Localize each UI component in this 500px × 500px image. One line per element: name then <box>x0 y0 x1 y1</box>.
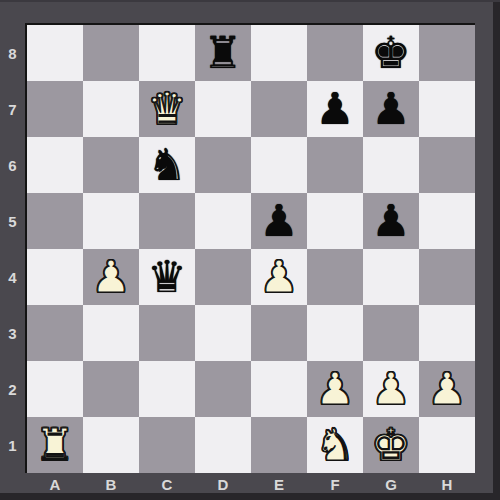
chess-board: ♜♚♛♟♟♞♟♟♟♛♟♟♟♟♜♞♚ <box>25 23 475 473</box>
square-c5[interactable] <box>139 193 195 249</box>
square-h5[interactable] <box>419 193 475 249</box>
rank-label-1: 1 <box>0 417 25 473</box>
square-b5[interactable] <box>83 193 139 249</box>
piece-white-pawn[interactable]: ♟ <box>371 361 410 417</box>
piece-white-pawn[interactable]: ♟ <box>91 249 130 305</box>
square-d1[interactable] <box>195 417 251 473</box>
square-g8[interactable]: ♚ <box>363 25 419 81</box>
square-h4[interactable] <box>419 249 475 305</box>
piece-black-knight[interactable]: ♞ <box>147 137 186 193</box>
square-b2[interactable] <box>83 361 139 417</box>
square-e8[interactable] <box>251 25 307 81</box>
frame-shadow-right <box>493 0 500 500</box>
square-a8[interactable] <box>27 25 83 81</box>
square-e5[interactable]: ♟ <box>251 193 307 249</box>
square-e7[interactable] <box>251 81 307 137</box>
rank-label-7: 7 <box>0 81 25 137</box>
square-f3[interactable] <box>307 305 363 361</box>
square-a1[interactable]: ♜ <box>27 417 83 473</box>
rank-label-3: 3 <box>0 305 25 361</box>
square-c7[interactable]: ♛ <box>139 81 195 137</box>
square-f5[interactable] <box>307 193 363 249</box>
rank-label-2: 2 <box>0 361 25 417</box>
file-label-e: E <box>251 473 307 495</box>
square-b6[interactable] <box>83 137 139 193</box>
square-c1[interactable] <box>139 417 195 473</box>
piece-black-king[interactable]: ♚ <box>371 25 410 81</box>
square-a4[interactable] <box>27 249 83 305</box>
square-a7[interactable] <box>27 81 83 137</box>
square-c4[interactable]: ♛ <box>139 249 195 305</box>
square-f4[interactable] <box>307 249 363 305</box>
piece-black-queen[interactable]: ♛ <box>147 249 186 305</box>
square-f8[interactable] <box>307 25 363 81</box>
square-d3[interactable] <box>195 305 251 361</box>
square-g4[interactable] <box>363 249 419 305</box>
square-h6[interactable] <box>419 137 475 193</box>
square-h2[interactable]: ♟ <box>419 361 475 417</box>
square-c6[interactable]: ♞ <box>139 137 195 193</box>
square-a3[interactable] <box>27 305 83 361</box>
square-a6[interactable] <box>27 137 83 193</box>
square-b1[interactable] <box>83 417 139 473</box>
square-a2[interactable] <box>27 361 83 417</box>
square-c8[interactable] <box>139 25 195 81</box>
square-f2[interactable]: ♟ <box>307 361 363 417</box>
square-f6[interactable] <box>307 137 363 193</box>
square-d8[interactable]: ♜ <box>195 25 251 81</box>
square-d5[interactable] <box>195 193 251 249</box>
rank-labels: 87654321 <box>0 25 25 473</box>
square-d6[interactable] <box>195 137 251 193</box>
frame-shadow-bottom <box>0 493 500 500</box>
piece-black-pawn[interactable]: ♟ <box>371 193 410 249</box>
square-g5[interactable]: ♟ <box>363 193 419 249</box>
piece-white-pawn[interactable]: ♟ <box>259 249 298 305</box>
file-label-f: F <box>307 473 363 495</box>
file-label-d: D <box>195 473 251 495</box>
square-d2[interactable] <box>195 361 251 417</box>
square-g1[interactable]: ♚ <box>363 417 419 473</box>
square-h8[interactable] <box>419 25 475 81</box>
piece-black-pawn[interactable]: ♟ <box>259 193 298 249</box>
piece-white-rook[interactable]: ♜ <box>35 417 74 473</box>
piece-white-knight[interactable]: ♞ <box>315 417 354 473</box>
square-g3[interactable] <box>363 305 419 361</box>
square-c2[interactable] <box>139 361 195 417</box>
square-c3[interactable] <box>139 305 195 361</box>
file-label-c: C <box>139 473 195 495</box>
square-d4[interactable] <box>195 249 251 305</box>
rank-label-4: 4 <box>0 249 25 305</box>
square-b4[interactable]: ♟ <box>83 249 139 305</box>
rank-label-8: 8 <box>0 25 25 81</box>
piece-black-pawn[interactable]: ♟ <box>371 81 410 137</box>
square-e4[interactable]: ♟ <box>251 249 307 305</box>
square-b3[interactable] <box>83 305 139 361</box>
square-h7[interactable] <box>419 81 475 137</box>
file-label-g: G <box>363 473 419 495</box>
frame-highlight-top <box>0 0 500 2</box>
square-b8[interactable] <box>83 25 139 81</box>
square-f1[interactable]: ♞ <box>307 417 363 473</box>
file-label-b: B <box>83 473 139 495</box>
piece-black-rook[interactable]: ♜ <box>203 25 242 81</box>
square-g7[interactable]: ♟ <box>363 81 419 137</box>
piece-white-pawn[interactable]: ♟ <box>315 361 354 417</box>
square-f7[interactable]: ♟ <box>307 81 363 137</box>
piece-white-pawn[interactable]: ♟ <box>427 361 466 417</box>
file-label-h: H <box>419 473 475 495</box>
square-e2[interactable] <box>251 361 307 417</box>
rank-label-5: 5 <box>0 193 25 249</box>
square-a5[interactable] <box>27 193 83 249</box>
piece-black-pawn[interactable]: ♟ <box>315 81 354 137</box>
square-b7[interactable] <box>83 81 139 137</box>
square-h1[interactable] <box>419 417 475 473</box>
square-e3[interactable] <box>251 305 307 361</box>
piece-white-king[interactable]: ♚ <box>371 417 410 473</box>
square-e6[interactable] <box>251 137 307 193</box>
piece-white-queen[interactable]: ♛ <box>147 81 186 137</box>
chess-diagram: 87654321 ♜♚♛♟♟♞♟♟♟♛♟♟♟♟♜♞♚ ABCDEFGH <box>0 0 500 500</box>
square-d7[interactable] <box>195 81 251 137</box>
square-h3[interactable] <box>419 305 475 361</box>
square-e1[interactable] <box>251 417 307 473</box>
rank-label-6: 6 <box>0 137 25 193</box>
square-g2[interactable]: ♟ <box>363 361 419 417</box>
file-label-a: A <box>27 473 83 495</box>
square-g6[interactable] <box>363 137 419 193</box>
file-labels: ABCDEFGH <box>27 473 475 495</box>
